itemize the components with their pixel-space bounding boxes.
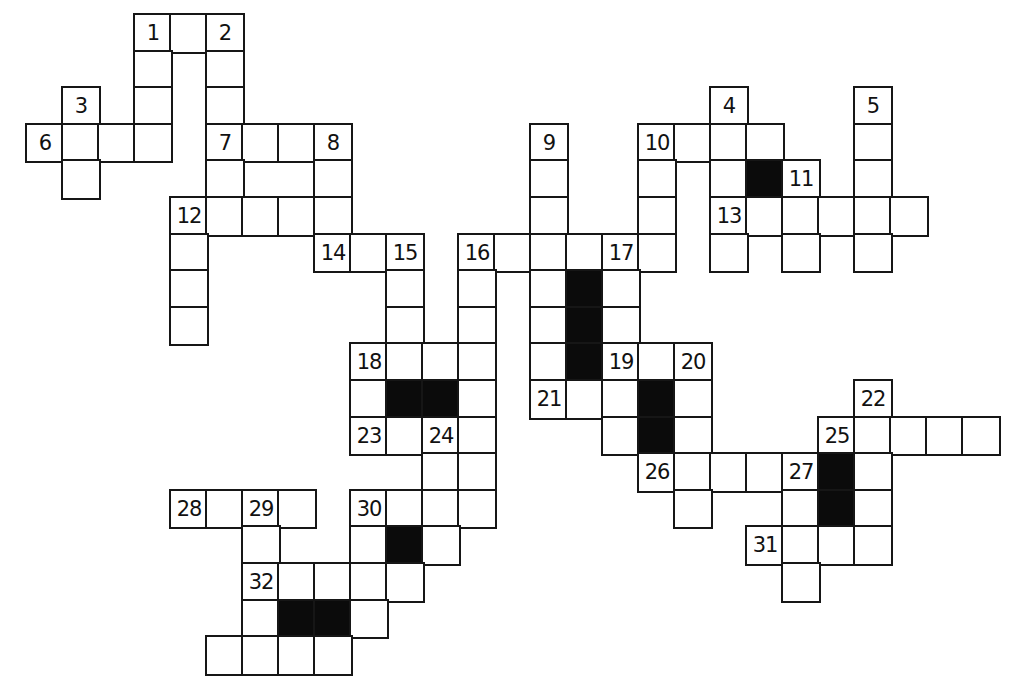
cell[interactable] xyxy=(457,379,497,420)
cell[interactable] xyxy=(457,269,497,310)
cell[interactable] xyxy=(241,123,281,163)
cell[interactable] xyxy=(385,269,425,310)
cell[interactable]: 24 xyxy=(421,416,461,456)
cell[interactable] xyxy=(205,50,245,90)
black-cell xyxy=(565,306,605,346)
cell[interactable] xyxy=(853,159,893,200)
cell[interactable] xyxy=(457,306,497,346)
cell[interactable]: 22 xyxy=(853,379,893,420)
clue-number: 25 xyxy=(825,426,850,447)
cell[interactable]: 3 xyxy=(61,86,101,127)
cell[interactable] xyxy=(529,233,569,273)
cell[interactable] xyxy=(385,562,425,603)
black-cell xyxy=(565,269,605,310)
cell[interactable] xyxy=(349,379,389,420)
cell[interactable] xyxy=(565,233,605,273)
cell[interactable] xyxy=(853,123,893,163)
cell[interactable] xyxy=(97,123,137,163)
cell[interactable] xyxy=(529,159,569,200)
cell[interactable] xyxy=(205,196,245,237)
cell[interactable]: 1 xyxy=(133,13,173,54)
clue-number: 17 xyxy=(609,243,634,264)
cell[interactable] xyxy=(277,489,317,529)
cell[interactable] xyxy=(277,562,317,603)
cell[interactable]: 14 xyxy=(313,233,353,273)
cell[interactable]: 28 xyxy=(169,489,209,529)
clue-number: 10 xyxy=(645,133,670,154)
cell[interactable]: 26 xyxy=(637,452,677,493)
black-cell xyxy=(385,525,425,566)
cell[interactable]: 10 xyxy=(637,123,677,163)
cell[interactable] xyxy=(709,159,749,200)
cell[interactable] xyxy=(601,379,641,420)
clue-number: 1 xyxy=(147,23,159,44)
cell[interactable] xyxy=(673,379,713,420)
cell[interactable] xyxy=(421,342,461,383)
cell[interactable] xyxy=(205,635,245,676)
clue-number: 18 xyxy=(357,352,382,373)
cell[interactable] xyxy=(637,342,677,383)
cell[interactable] xyxy=(133,86,173,127)
clue-number: 11 xyxy=(789,169,814,190)
clue-number: 24 xyxy=(429,426,454,447)
cell[interactable] xyxy=(961,416,1001,456)
cell[interactable]: 21 xyxy=(529,379,569,420)
cell[interactable]: 25 xyxy=(817,416,857,456)
cell[interactable] xyxy=(313,159,353,200)
cell[interactable] xyxy=(601,269,641,310)
cell[interactable] xyxy=(205,489,245,529)
clue-number: 15 xyxy=(393,243,418,264)
cell[interactable] xyxy=(853,452,893,493)
cell[interactable] xyxy=(241,525,281,566)
cell[interactable]: 5 xyxy=(853,86,893,127)
cell[interactable] xyxy=(781,196,821,237)
cell[interactable]: 6 xyxy=(25,123,65,163)
black-cell xyxy=(313,599,353,639)
cell[interactable] xyxy=(169,269,209,310)
cell[interactable]: 23 xyxy=(349,416,389,456)
cell[interactable] xyxy=(277,196,317,237)
clue-number: 16 xyxy=(465,243,490,264)
cell[interactable] xyxy=(673,123,713,163)
cell[interactable] xyxy=(421,525,461,566)
cell[interactable]: 13 xyxy=(709,196,749,237)
cell[interactable] xyxy=(457,416,497,456)
cell[interactable] xyxy=(745,452,785,493)
cell[interactable] xyxy=(349,599,389,639)
cell[interactable] xyxy=(277,123,317,163)
cell[interactable] xyxy=(853,525,893,566)
cell[interactable] xyxy=(133,123,173,163)
cell[interactable] xyxy=(637,159,677,200)
cell[interactable]: 32 xyxy=(241,562,281,603)
clue-number: 12 xyxy=(177,206,202,227)
cell[interactable] xyxy=(889,416,929,456)
cell[interactable]: 19 xyxy=(601,342,641,383)
cell[interactable] xyxy=(385,489,425,529)
cell[interactable]: 4 xyxy=(709,86,749,127)
black-cell xyxy=(637,416,677,456)
cell[interactable] xyxy=(313,196,353,237)
cell[interactable] xyxy=(385,342,425,383)
black-cell xyxy=(637,379,677,420)
clue-number: 22 xyxy=(861,389,886,410)
cell[interactable] xyxy=(637,233,677,273)
clue-number: 9 xyxy=(543,133,555,154)
cell[interactable] xyxy=(349,233,389,273)
cell[interactable] xyxy=(529,196,569,237)
cell[interactable] xyxy=(853,416,893,456)
cell[interactable] xyxy=(889,196,929,237)
cell[interactable] xyxy=(853,196,893,237)
cell[interactable] xyxy=(853,233,893,273)
cell[interactable]: 29 xyxy=(241,489,281,529)
cell[interactable] xyxy=(673,489,713,529)
black-cell xyxy=(385,379,425,420)
clue-number: 13 xyxy=(717,206,742,227)
cell[interactable] xyxy=(781,489,821,529)
cell[interactable] xyxy=(529,269,569,310)
clue-number: 7 xyxy=(219,133,231,154)
cell[interactable] xyxy=(745,123,785,163)
crossword-grid: 1234567891011121314151617181920212223242… xyxy=(0,0,1022,684)
cell[interactable] xyxy=(241,196,281,237)
cell[interactable] xyxy=(709,233,749,273)
cell[interactable] xyxy=(457,452,497,493)
clue-number: 21 xyxy=(537,389,562,410)
clue-number: 2 xyxy=(219,23,231,44)
cell[interactable] xyxy=(61,123,101,163)
cell[interactable] xyxy=(709,123,749,163)
cell[interactable]: 9 xyxy=(529,123,569,163)
clue-number: 27 xyxy=(789,462,814,483)
cell[interactable]: 12 xyxy=(169,196,209,237)
cell[interactable]: 17 xyxy=(601,233,641,273)
cell[interactable] xyxy=(745,196,785,237)
cell[interactable]: 20 xyxy=(673,342,713,383)
clue-number: 5 xyxy=(867,96,879,117)
cell[interactable] xyxy=(205,86,245,127)
clue-number: 26 xyxy=(645,462,670,483)
clue-number: 14 xyxy=(321,243,346,264)
cell[interactable] xyxy=(637,196,677,237)
cell[interactable] xyxy=(61,159,101,200)
cell[interactable] xyxy=(781,233,821,273)
clue-number: 19 xyxy=(609,352,634,373)
black-cell xyxy=(817,452,857,493)
cell[interactable]: 2 xyxy=(205,13,245,54)
cell[interactable] xyxy=(853,489,893,529)
clue-number: 31 xyxy=(753,535,778,556)
black-cell xyxy=(817,489,857,529)
cell[interactable] xyxy=(601,306,641,346)
cell[interactable]: 16 xyxy=(457,233,497,273)
cell[interactable] xyxy=(169,233,209,273)
cell[interactable] xyxy=(529,306,569,346)
cell[interactable] xyxy=(421,489,461,529)
clue-number: 23 xyxy=(357,426,382,447)
cell[interactable] xyxy=(781,562,821,603)
cell[interactable] xyxy=(349,562,389,603)
cell[interactable] xyxy=(241,599,281,639)
cell[interactable]: 15 xyxy=(385,233,425,273)
cell[interactable]: 31 xyxy=(745,525,785,566)
black-cell xyxy=(421,379,461,420)
cell[interactable]: 7 xyxy=(205,123,245,163)
cell[interactable] xyxy=(817,196,857,237)
clue-number: 4 xyxy=(723,96,735,117)
cell[interactable] xyxy=(385,306,425,346)
cell[interactable] xyxy=(673,416,713,456)
cell[interactable] xyxy=(529,342,569,383)
cell[interactable]: 30 xyxy=(349,489,389,529)
cell[interactable] xyxy=(493,233,533,273)
cell[interactable] xyxy=(349,525,389,566)
cell[interactable] xyxy=(169,306,209,346)
cell[interactable] xyxy=(601,416,641,456)
cell[interactable] xyxy=(313,562,353,603)
cell[interactable] xyxy=(277,635,317,676)
cell[interactable] xyxy=(925,416,965,456)
cell[interactable] xyxy=(817,525,857,566)
clue-number: 6 xyxy=(39,133,51,154)
cell[interactable] xyxy=(313,635,353,676)
cell[interactable]: 8 xyxy=(313,123,353,163)
cell[interactable] xyxy=(169,13,209,54)
clue-number: 20 xyxy=(681,352,706,373)
cell[interactable]: 27 xyxy=(781,452,821,493)
clue-number: 30 xyxy=(357,499,382,520)
black-cell xyxy=(745,159,785,200)
clue-number: 29 xyxy=(249,499,274,520)
clue-number: 28 xyxy=(177,499,202,520)
clue-number: 3 xyxy=(75,96,87,117)
black-cell xyxy=(277,599,317,639)
black-cell xyxy=(565,342,605,383)
cell[interactable]: 18 xyxy=(349,342,389,383)
cell[interactable]: 11 xyxy=(781,159,821,200)
cell[interactable] xyxy=(565,379,605,420)
cell[interactable] xyxy=(457,489,497,529)
cell[interactable] xyxy=(421,452,461,493)
cell[interactable] xyxy=(673,452,713,493)
cell[interactable] xyxy=(205,159,245,200)
cell[interactable] xyxy=(133,50,173,90)
cell[interactable] xyxy=(241,635,281,676)
clue-number: 8 xyxy=(327,133,339,154)
clue-number: 32 xyxy=(249,572,274,593)
cell[interactable] xyxy=(781,525,821,566)
cell[interactable] xyxy=(709,452,749,493)
cell[interactable] xyxy=(385,416,425,456)
cell[interactable] xyxy=(457,342,497,383)
